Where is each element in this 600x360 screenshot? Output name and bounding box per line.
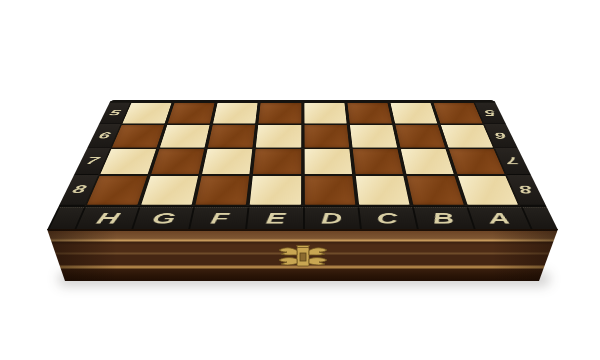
square-e6	[254, 124, 302, 148]
file-label-g: G	[131, 207, 193, 230]
square-e7	[251, 148, 302, 175]
rank-label-right-text: 5	[483, 108, 498, 117]
square-f8	[194, 175, 252, 206]
square-h5	[121, 103, 174, 125]
file-label-b: B	[412, 207, 474, 230]
square-g5	[166, 103, 216, 125]
square-e5	[257, 103, 302, 125]
file-label-e: E	[245, 207, 302, 230]
box-front-face	[47, 229, 558, 281]
square-f5	[212, 103, 260, 125]
square-b7	[399, 148, 456, 175]
chess-box-photo: 55667788 HGFEDCBA	[0, 0, 600, 360]
square-f7	[200, 148, 254, 175]
file-label-a: A	[466, 207, 531, 230]
rank-label-right-text: 8	[517, 183, 535, 196]
file-label-f: F	[188, 207, 248, 230]
rank-label-right-text: 7	[504, 155, 521, 166]
rank-label-right-text: 6	[493, 130, 509, 140]
square-g8	[139, 175, 200, 206]
square-d6	[303, 124, 351, 148]
brass-clasp-icon	[277, 244, 329, 270]
file-label-h: H	[74, 207, 139, 230]
square-d8	[303, 175, 357, 206]
square-f6	[206, 124, 257, 148]
board-grid: 55667788	[59, 103, 546, 206]
square-g7	[149, 148, 206, 175]
file-label-d: D	[303, 207, 360, 230]
square-c6	[348, 124, 399, 148]
square-d7	[303, 148, 354, 175]
file-label-c: C	[357, 207, 417, 230]
square-d5	[303, 103, 348, 125]
square-e8	[248, 175, 302, 206]
board-top-surface: 55667788 HGFEDCBA	[47, 100, 558, 230]
square-h7	[98, 148, 158, 175]
square-b5	[389, 103, 439, 125]
square-c8	[354, 175, 412, 206]
file-labels-band: HGFEDCBA	[47, 206, 558, 230]
square-g6	[158, 124, 211, 148]
square-h6	[110, 124, 166, 148]
square-c7	[351, 148, 405, 175]
square-c5	[346, 103, 394, 125]
square-b6	[393, 124, 446, 148]
